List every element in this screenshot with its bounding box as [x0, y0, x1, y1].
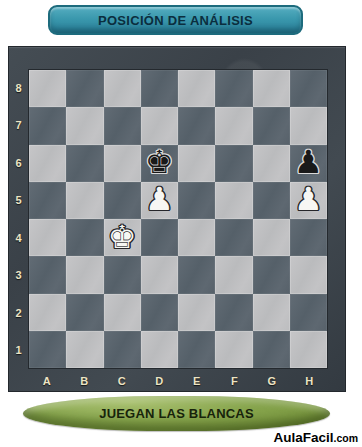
square-b7[interactable]	[66, 107, 103, 144]
square-e3[interactable]	[178, 256, 215, 293]
file-labels: ABCDEFGH	[28, 371, 328, 391]
watermark: AulaFacil .com	[273, 430, 358, 445]
black-pawn-on-h6[interactable]: ♟	[294, 146, 323, 178]
square-a4[interactable]	[29, 219, 66, 256]
file-label-b: B	[66, 371, 104, 391]
square-c2[interactable]	[104, 294, 141, 331]
square-a3[interactable]	[29, 256, 66, 293]
square-b5[interactable]	[66, 182, 103, 219]
file-label-d: D	[141, 371, 179, 391]
square-g8[interactable]	[253, 70, 290, 107]
square-b2[interactable]	[66, 294, 103, 331]
square-d4[interactable]	[141, 219, 178, 256]
square-h7[interactable]	[290, 107, 327, 144]
square-g5[interactable]	[253, 182, 290, 219]
square-f5[interactable]	[215, 182, 252, 219]
rank-label-4: 4	[9, 219, 28, 257]
chess-board-frame: 87654321 ♚♟♟♟♚ ABCDEFGH	[8, 46, 346, 392]
page: POSICIÓN DE ANÁLISIS 87654321 ♚♟♟♟♚ ABCD…	[0, 0, 362, 447]
square-g6[interactable]	[253, 145, 290, 182]
square-e7[interactable]	[178, 107, 215, 144]
square-e4[interactable]	[178, 219, 215, 256]
square-a6[interactable]	[29, 145, 66, 182]
square-e5[interactable]	[178, 182, 215, 219]
black-king-on-d6[interactable]: ♚	[145, 146, 174, 178]
square-e8[interactable]	[178, 70, 215, 107]
square-f3[interactable]	[215, 256, 252, 293]
square-h8[interactable]	[290, 70, 327, 107]
rank-label-5: 5	[9, 182, 28, 220]
square-h3[interactable]	[290, 256, 327, 293]
file-label-c: C	[103, 371, 141, 391]
square-c4[interactable]: ♚	[104, 219, 141, 256]
square-d2[interactable]	[141, 294, 178, 331]
square-f2[interactable]	[215, 294, 252, 331]
square-c8[interactable]	[104, 70, 141, 107]
watermark-brand: AulaFacil	[273, 430, 333, 445]
square-f4[interactable]	[215, 219, 252, 256]
rank-labels: 87654321	[9, 69, 28, 369]
file-label-f: F	[216, 371, 254, 391]
file-label-e: E	[178, 371, 216, 391]
white-pawn-on-h5[interactable]: ♟	[294, 183, 323, 215]
chess-board: ♚♟♟♟♚	[28, 69, 328, 369]
square-d5[interactable]: ♟	[141, 182, 178, 219]
square-d7[interactable]	[141, 107, 178, 144]
rank-label-3: 3	[9, 257, 28, 295]
file-label-h: H	[291, 371, 329, 391]
square-d1[interactable]	[141, 331, 178, 368]
square-g7[interactable]	[253, 107, 290, 144]
square-f6[interactable]	[215, 145, 252, 182]
square-f1[interactable]	[215, 331, 252, 368]
square-g4[interactable]	[253, 219, 290, 256]
white-pawn-on-d5[interactable]: ♟	[145, 183, 174, 215]
turn-banner: JUEGAN LAS BLANCAS	[23, 396, 330, 431]
square-a8[interactable]	[29, 70, 66, 107]
square-e1[interactable]	[178, 331, 215, 368]
square-c3[interactable]	[104, 256, 141, 293]
square-g3[interactable]	[253, 256, 290, 293]
square-a7[interactable]	[29, 107, 66, 144]
watermark-tld: .com	[333, 432, 358, 444]
square-f7[interactable]	[215, 107, 252, 144]
rank-label-7: 7	[9, 107, 28, 145]
square-a1[interactable]	[29, 331, 66, 368]
square-a5[interactable]	[29, 182, 66, 219]
square-b8[interactable]	[66, 70, 103, 107]
file-label-a: A	[28, 371, 66, 391]
square-h1[interactable]	[290, 331, 327, 368]
square-g1[interactable]	[253, 331, 290, 368]
rank-label-1: 1	[9, 332, 28, 370]
square-c7[interactable]	[104, 107, 141, 144]
square-g2[interactable]	[253, 294, 290, 331]
square-h4[interactable]	[290, 219, 327, 256]
square-h6[interactable]: ♟	[290, 145, 327, 182]
square-d3[interactable]	[141, 256, 178, 293]
square-f8[interactable]	[215, 70, 252, 107]
square-c6[interactable]	[104, 145, 141, 182]
rank-label-6: 6	[9, 144, 28, 182]
square-c5[interactable]	[104, 182, 141, 219]
square-h5[interactable]: ♟	[290, 182, 327, 219]
square-b4[interactable]	[66, 219, 103, 256]
square-h2[interactable]	[290, 294, 327, 331]
turn-banner-label: JUEGAN LAS BLANCAS	[99, 406, 254, 421]
square-d6[interactable]: ♚	[141, 145, 178, 182]
square-c1[interactable]	[104, 331, 141, 368]
white-king-on-c4[interactable]: ♚	[108, 221, 137, 253]
square-e2[interactable]	[178, 294, 215, 331]
rank-label-8: 8	[9, 69, 28, 107]
rank-label-2: 2	[9, 294, 28, 332]
square-b1[interactable]	[66, 331, 103, 368]
file-label-g: G	[253, 371, 291, 391]
square-a2[interactable]	[29, 294, 66, 331]
square-b3[interactable]	[66, 256, 103, 293]
square-b6[interactable]	[66, 145, 103, 182]
analysis-banner: POSICIÓN DE ANÁLISIS	[48, 5, 303, 35]
square-e6[interactable]	[178, 145, 215, 182]
analysis-banner-label: POSICIÓN DE ANÁLISIS	[98, 13, 253, 28]
square-d8[interactable]	[141, 70, 178, 107]
